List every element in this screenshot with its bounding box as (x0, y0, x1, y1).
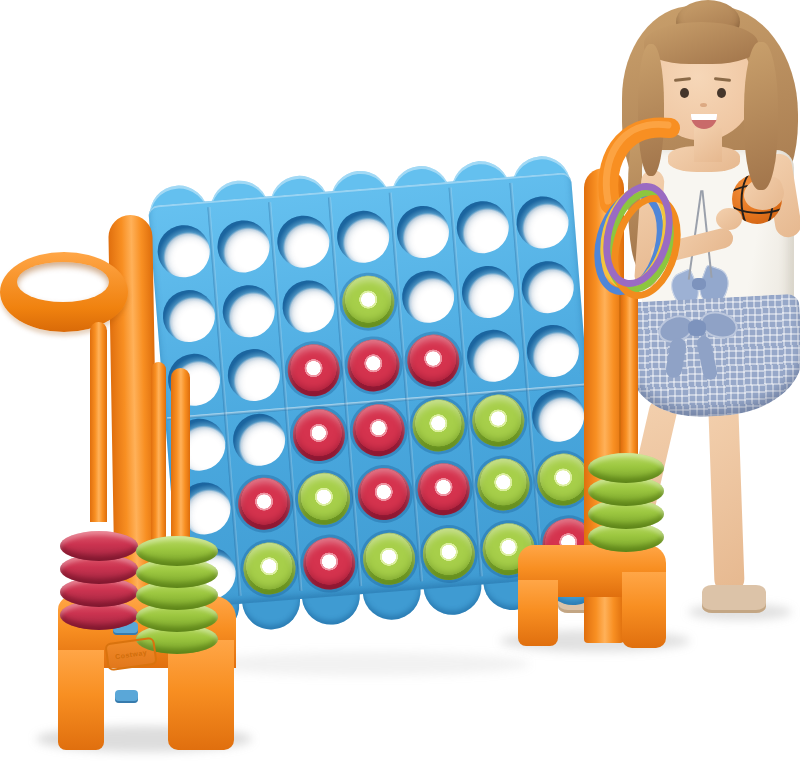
cell-r6c4 (357, 524, 422, 593)
cell-r6c3 (297, 529, 362, 598)
cell-r4c4 (346, 395, 411, 464)
shirt-bow-knot (692, 278, 706, 290)
green-ring-stack-left (136, 524, 218, 654)
girl-right-hand (716, 208, 742, 230)
empty-slot (400, 269, 456, 325)
cell-r5c4 (351, 460, 416, 529)
empty-slot (216, 219, 272, 275)
red-disc (346, 338, 402, 394)
cell-r1c4 (331, 203, 396, 272)
cell-r1c1 (151, 217, 216, 286)
red-ring-stack (60, 508, 138, 630)
red-disc (356, 466, 412, 522)
cell-r2c2 (216, 276, 281, 345)
girl-nose (700, 103, 707, 107)
red-disc (301, 535, 357, 591)
girl-neck (694, 128, 722, 162)
left-leg-foot-front (58, 650, 104, 750)
empty-slot (281, 278, 337, 334)
ring-post-right (621, 288, 638, 468)
right-leg-foot-front (518, 580, 558, 646)
cell-r3c7 (520, 317, 585, 386)
green-disc (340, 273, 396, 329)
empty-slot (275, 214, 331, 270)
empty-slot (221, 283, 277, 339)
green-ring-stack-right (588, 452, 664, 552)
green-ring (588, 453, 664, 483)
cell-r2c3 (276, 272, 341, 341)
green-disc (296, 471, 352, 527)
left-latch-lower (115, 690, 138, 703)
hanging-rings (596, 182, 668, 294)
cell-r2c6 (455, 257, 520, 326)
green-disc (361, 531, 417, 587)
cell-r4c3 (286, 400, 351, 469)
brand-label: Costway (115, 648, 148, 659)
empty-slot (525, 323, 581, 379)
red-disc (416, 461, 472, 517)
cell-r5c2 (232, 469, 297, 538)
skirt-bow-knot (688, 320, 706, 336)
red-disc (236, 476, 292, 532)
empty-slot (455, 199, 511, 255)
green-disc (535, 452, 591, 508)
cell-r3c6 (461, 322, 526, 391)
cell-r4c2 (227, 405, 292, 474)
cell-r1c7 (510, 188, 575, 257)
red-disc (351, 402, 407, 458)
girl-fringe (644, 22, 758, 64)
empty-slot (515, 195, 571, 251)
green-disc (475, 457, 531, 513)
cell-r1c5 (391, 198, 456, 267)
ring-post-left-green-b (171, 368, 190, 540)
empty-slot (231, 412, 287, 468)
cell-r5c6 (471, 450, 536, 519)
cell-r3c3 (281, 336, 346, 405)
empty-slot (335, 209, 391, 265)
cell-r1c2 (211, 212, 276, 281)
cell-r6c2 (237, 534, 302, 603)
empty-slot (395, 204, 451, 260)
cell-r1c6 (450, 193, 515, 262)
left-leg-foot-back (168, 640, 234, 750)
red-disc (286, 342, 342, 398)
girl-right-leg (708, 397, 745, 594)
basketball-hoop-opening (17, 262, 109, 302)
green-disc (241, 540, 297, 596)
green-ring (136, 536, 218, 566)
empty-slot (226, 347, 282, 403)
green-disc (411, 397, 467, 453)
girl-right-sandal (702, 585, 766, 613)
product-photo: Costway (0, 0, 800, 761)
empty-slot (465, 328, 521, 384)
green-disc (421, 526, 477, 582)
girl-teeth (691, 114, 717, 120)
cell-r5c3 (292, 465, 357, 534)
empty-slot (520, 259, 576, 315)
red-disc (405, 333, 461, 389)
girl-eye-left (680, 88, 689, 98)
cell-r2c4 (336, 267, 401, 336)
cell-r4c5 (406, 391, 471, 460)
ring-post-left-red (90, 322, 107, 522)
cell-r2c1 (156, 281, 221, 350)
girl-eye-right (717, 88, 726, 98)
red-disc (291, 407, 347, 463)
cell-r4c6 (466, 386, 531, 455)
empty-slot (156, 224, 212, 280)
green-disc (470, 392, 526, 448)
cell-r1c3 (271, 207, 336, 276)
right-leg-foot-back (622, 572, 666, 648)
cell-r4c7 (526, 381, 591, 450)
cell-r6c5 (416, 519, 481, 588)
red-ring (60, 531, 138, 561)
cell-r5c5 (411, 455, 476, 524)
cell-r2c5 (396, 262, 461, 331)
cell-r3c5 (401, 326, 466, 395)
empty-slot (460, 264, 516, 320)
cell-r3c2 (221, 341, 286, 410)
empty-slot (161, 288, 217, 344)
girl-side-lock-right (744, 42, 778, 190)
cell-r3c4 (341, 331, 406, 400)
empty-slot (530, 388, 586, 444)
cell-r2c7 (515, 252, 580, 321)
